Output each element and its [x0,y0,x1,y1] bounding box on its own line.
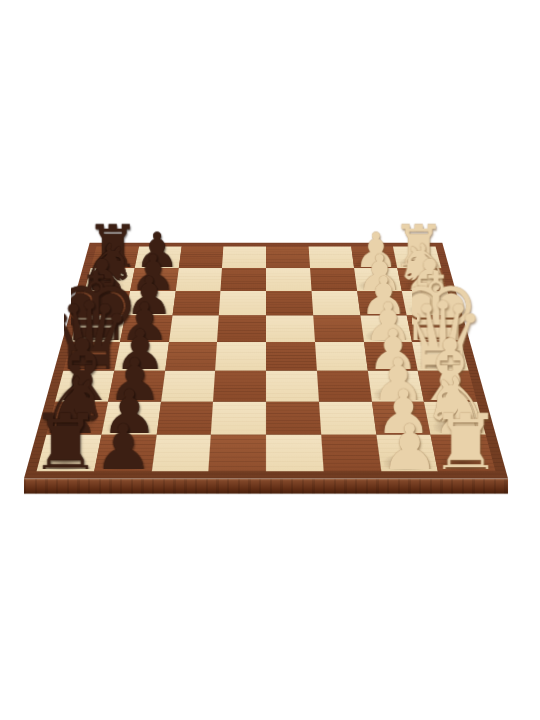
piece-white-rook-h1[interactable]: ♜ [397,206,441,267]
square-h2[interactable]: ♟ [351,246,398,267]
square-f6[interactable] [172,291,221,316]
board-scene: ♜♟♟♜♞♟♟♞♝♟♟♝♚♟♟♚♛♟♟♛♝♟♟♝♞♟♟♞♜♟♟♜ [62,138,470,546]
square-c3[interactable] [317,371,372,402]
piece-black-rook-a8[interactable]: ♜ [37,389,94,469]
square-a7[interactable]: ♟ [94,435,156,471]
square-b6[interactable] [156,401,213,434]
square-h4[interactable] [266,246,310,267]
square-d4[interactable] [266,342,317,371]
black-pawn-icon: ♟ [94,416,153,482]
square-g3[interactable] [310,268,357,291]
piece-white-pawn-a2[interactable]: ♟ [380,403,437,469]
square-g4[interactable] [266,268,311,291]
square-c6[interactable] [161,371,216,402]
piece-black-pawn-g7[interactable]: ♟ [130,237,175,289]
square-g5[interactable] [221,268,266,291]
piece-black-pawn-h7[interactable]: ♟ [135,216,179,266]
piece-black-rook-h8[interactable]: ♜ [91,206,135,267]
square-a6[interactable] [151,435,211,471]
square-e5[interactable] [217,316,266,342]
square-f4[interactable] [266,291,313,316]
black-rook-icon: ♜ [30,404,102,484]
piece-white-pawn-h2[interactable]: ♟ [353,216,397,266]
square-b5[interactable] [211,401,266,434]
piece-white-pawn-g2[interactable]: ♟ [356,237,401,289]
black-pawn-icon: ♟ [130,247,177,299]
square-a1[interactable]: ♜ [431,435,496,471]
square-b3[interactable] [319,401,376,434]
square-f3[interactable] [311,291,360,316]
piece-black-pawn-a7[interactable]: ♟ [94,403,151,469]
square-d6[interactable] [165,342,218,371]
square-a4[interactable] [266,435,323,471]
square-c5[interactable] [213,371,266,402]
square-a8[interactable]: ♜ [37,435,102,471]
square-h8[interactable]: ♜ [91,246,139,267]
square-d3[interactable] [315,342,368,371]
board-edge [24,478,508,493]
square-a5[interactable] [209,435,266,471]
square-h7[interactable]: ♟ [135,246,182,267]
piece-white-rook-a1[interactable]: ♜ [438,389,495,469]
white-rook-icon: ♜ [430,404,502,484]
white-pawn-icon: ♟ [353,226,398,276]
square-a3[interactable] [321,435,381,471]
square-b4[interactable] [266,401,321,434]
square-h1[interactable]: ♜ [393,246,441,267]
square-g7[interactable]: ♟ [130,268,178,291]
square-c4[interactable] [266,371,319,402]
square-h5[interactable] [222,246,266,267]
white-pawn-icon: ♟ [356,247,403,299]
square-h3[interactable] [308,246,353,267]
square-g6[interactable] [175,268,222,291]
square-a2[interactable]: ♟ [376,435,438,471]
square-e4[interactable] [266,316,315,342]
square-e3[interactable] [313,316,364,342]
square-f5[interactable] [219,291,266,316]
square-g2[interactable]: ♟ [354,268,402,291]
white-rook-icon: ♜ [392,217,447,278]
black-pawn-icon: ♟ [134,226,179,276]
square-d5[interactable] [215,342,266,371]
chess-board: ♜♟♟♜♞♟♟♞♝♟♟♝♚♟♟♚♛♟♟♛♝♟♟♝♞♟♟♞♜♟♟♜ [24,243,508,479]
product-photo: ♜♟♟♜♞♟♟♞♝♟♟♝♚♟♟♚♛♟♟♛♝♟♟♝♞♟♟♞♜♟♟♜ [0,0,540,720]
black-rook-icon: ♜ [86,217,141,278]
square-e6[interactable] [169,316,220,342]
square-h6[interactable] [178,246,223,267]
